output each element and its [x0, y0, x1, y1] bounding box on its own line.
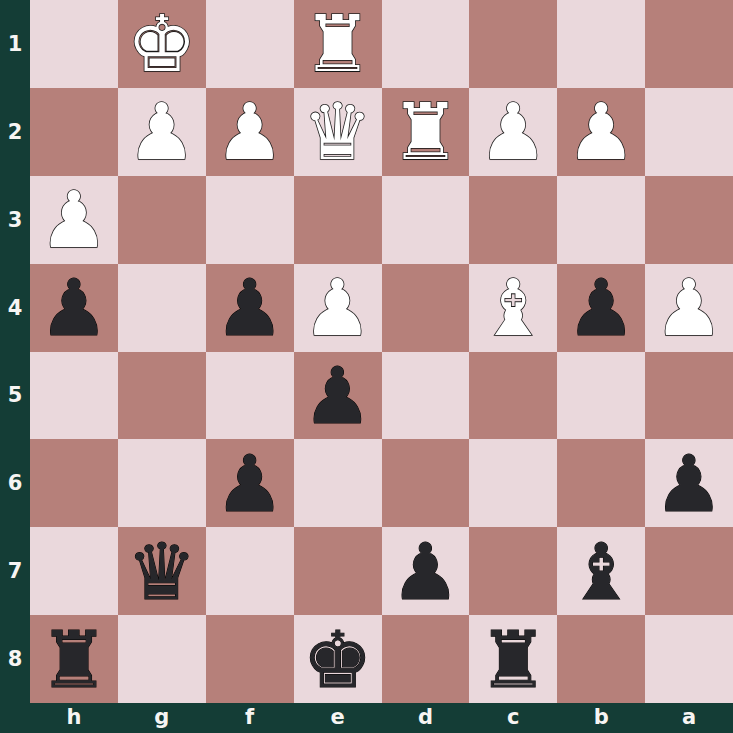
square-b5[interactable]	[557, 352, 645, 440]
square-e6[interactable]	[294, 439, 382, 527]
black-pawn-d7[interactable]: ♟	[390, 529, 460, 615]
square-a2[interactable]	[645, 88, 733, 176]
square-h2[interactable]	[30, 88, 118, 176]
square-c8[interactable]: ♜	[469, 615, 557, 703]
rank-label-5: 5	[0, 352, 30, 440]
square-e1[interactable]: ♜	[294, 0, 382, 88]
file-label-e: e	[294, 703, 382, 733]
square-d7[interactable]: ♟	[382, 527, 470, 615]
white-bishop-c4[interactable]: ♝	[478, 265, 548, 351]
square-e3[interactable]	[294, 176, 382, 264]
rank-label-6: 6	[0, 439, 30, 527]
square-b7[interactable]: ♝	[557, 527, 645, 615]
black-rook-h8[interactable]: ♜	[39, 617, 109, 703]
square-d2[interactable]: ♜	[382, 88, 470, 176]
square-g6[interactable]	[118, 439, 206, 527]
square-b4[interactable]: ♟	[557, 264, 645, 352]
square-f6[interactable]: ♟	[206, 439, 294, 527]
square-c1[interactable]	[469, 0, 557, 88]
square-f2[interactable]: ♟	[206, 88, 294, 176]
square-a3[interactable]	[645, 176, 733, 264]
file-label-f: f	[206, 703, 294, 733]
rank-label-4: 4	[0, 264, 30, 352]
square-g5[interactable]	[118, 352, 206, 440]
white-pawn-g2[interactable]: ♟	[127, 89, 197, 175]
white-rook-e1[interactable]: ♜	[303, 1, 373, 87]
square-g3[interactable]	[118, 176, 206, 264]
chess-board-frame: 12345678 ♚♜♟♟♛♜♟♟♟♟♟♟♝♟♟♟♟♟♛♟♝♜♚♜ hgfedc…	[0, 0, 733, 733]
square-e5[interactable]: ♟	[294, 352, 382, 440]
square-b3[interactable]	[557, 176, 645, 264]
border-corner	[0, 703, 30, 733]
square-b2[interactable]: ♟	[557, 88, 645, 176]
white-pawn-b2[interactable]: ♟	[566, 89, 636, 175]
square-d5[interactable]	[382, 352, 470, 440]
square-c2[interactable]: ♟	[469, 88, 557, 176]
square-e2[interactable]: ♛	[294, 88, 382, 176]
square-d1[interactable]	[382, 0, 470, 88]
square-b6[interactable]	[557, 439, 645, 527]
square-g1[interactable]: ♚	[118, 0, 206, 88]
square-f7[interactable]	[206, 527, 294, 615]
file-labels-row: hgfedcba	[30, 703, 733, 733]
square-c5[interactable]	[469, 352, 557, 440]
file-label-a: a	[645, 703, 733, 733]
black-pawn-f4[interactable]: ♟	[215, 265, 285, 351]
square-h6[interactable]	[30, 439, 118, 527]
square-b1[interactable]	[557, 0, 645, 88]
rank-label-2: 2	[0, 88, 30, 176]
rank-label-8: 8	[0, 615, 30, 703]
square-f3[interactable]	[206, 176, 294, 264]
square-h5[interactable]	[30, 352, 118, 440]
square-e7[interactable]	[294, 527, 382, 615]
square-h3[interactable]: ♟	[30, 176, 118, 264]
square-b8[interactable]	[557, 615, 645, 703]
rank-label-7: 7	[0, 527, 30, 615]
black-pawn-a6[interactable]: ♟	[654, 441, 724, 527]
white-pawn-f2[interactable]: ♟	[215, 89, 285, 175]
square-g2[interactable]: ♟	[118, 88, 206, 176]
rank-label-1: 1	[0, 0, 30, 88]
white-pawn-h3[interactable]: ♟	[39, 177, 109, 263]
square-f8[interactable]	[206, 615, 294, 703]
black-pawn-h4[interactable]: ♟	[39, 265, 109, 351]
white-pawn-c2[interactable]: ♟	[478, 89, 548, 175]
rank-labels-column: 12345678	[0, 0, 30, 703]
file-label-b: b	[557, 703, 645, 733]
square-d4[interactable]	[382, 264, 470, 352]
square-c6[interactable]	[469, 439, 557, 527]
square-g4[interactable]	[118, 264, 206, 352]
black-pawn-b4[interactable]: ♟	[566, 265, 636, 351]
white-rook-d2[interactable]: ♜	[390, 89, 460, 175]
square-a6[interactable]: ♟	[645, 439, 733, 527]
white-king-g1[interactable]: ♚	[127, 1, 197, 87]
rank-label-3: 3	[0, 176, 30, 264]
square-c3[interactable]	[469, 176, 557, 264]
black-pawn-e5[interactable]: ♟	[303, 353, 373, 439]
square-c7[interactable]	[469, 527, 557, 615]
square-a7[interactable]	[645, 527, 733, 615]
black-rook-c8[interactable]: ♜	[478, 617, 548, 703]
square-d6[interactable]	[382, 439, 470, 527]
square-f5[interactable]	[206, 352, 294, 440]
file-label-c: c	[469, 703, 557, 733]
file-label-d: d	[382, 703, 470, 733]
black-pawn-f6[interactable]: ♟	[215, 441, 285, 527]
file-label-h: h	[30, 703, 118, 733]
square-a5[interactable]	[645, 352, 733, 440]
black-king-e8[interactable]: ♚	[303, 617, 373, 703]
square-h1[interactable]	[30, 0, 118, 88]
black-queen-g7[interactable]: ♛	[127, 529, 197, 615]
square-e8[interactable]: ♚	[294, 615, 382, 703]
square-h4[interactable]: ♟	[30, 264, 118, 352]
square-g8[interactable]	[118, 615, 206, 703]
square-f1[interactable]	[206, 0, 294, 88]
square-a1[interactable]	[645, 0, 733, 88]
white-pawn-a4[interactable]: ♟	[654, 265, 724, 351]
square-a4[interactable]: ♟	[645, 264, 733, 352]
square-f4[interactable]: ♟	[206, 264, 294, 352]
square-h8[interactable]: ♜	[30, 615, 118, 703]
square-h7[interactable]	[30, 527, 118, 615]
square-e4[interactable]: ♟	[294, 264, 382, 352]
black-bishop-b7[interactable]: ♝	[566, 529, 636, 615]
square-d3[interactable]	[382, 176, 470, 264]
square-g7[interactable]: ♛	[118, 527, 206, 615]
file-label-g: g	[118, 703, 206, 733]
white-queen-e2[interactable]: ♛	[303, 89, 373, 175]
white-pawn-e4[interactable]: ♟	[303, 265, 373, 351]
square-a8[interactable]	[645, 615, 733, 703]
chess-board: ♚♜♟♟♛♜♟♟♟♟♟♟♝♟♟♟♟♟♛♟♝♜♚♜	[30, 0, 733, 703]
square-d8[interactable]	[382, 615, 470, 703]
square-c4[interactable]: ♝	[469, 264, 557, 352]
